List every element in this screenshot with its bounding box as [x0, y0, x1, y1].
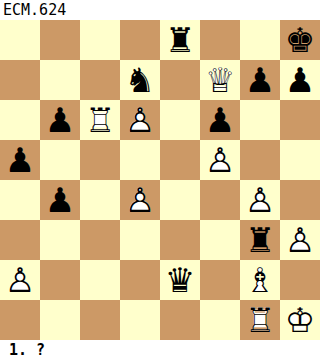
piece-black-king: ♚ [280, 20, 320, 60]
square-e7[interactable] [160, 60, 200, 100]
square-d3[interactable] [120, 220, 160, 260]
chess-board: ♜♚♞♛♕♟♟♟♜♖♟♙♟♟♟♙♟♟♙♟♙♜♟♙♟♙♛♝♗♜♖♚♔ [0, 20, 320, 340]
square-a3[interactable] [0, 220, 40, 260]
square-d1[interactable] [120, 300, 160, 340]
square-b4[interactable]: ♟ [40, 180, 80, 220]
square-c1[interactable] [80, 300, 120, 340]
piece-black-queen: ♛ [160, 260, 200, 300]
square-g1[interactable]: ♜♖ [240, 300, 280, 340]
square-a8[interactable] [0, 20, 40, 60]
piece-white-rook: ♖ [240, 300, 280, 340]
piece-white-pawn: ♙ [0, 260, 40, 300]
piece-black-pawn: ♟ [240, 60, 280, 100]
square-b3[interactable] [40, 220, 80, 260]
square-b6[interactable]: ♟ [40, 100, 80, 140]
square-b7[interactable] [40, 60, 80, 100]
square-b8[interactable] [40, 20, 80, 60]
piece-white-pawn: ♙ [240, 180, 280, 220]
square-g2[interactable]: ♝♗ [240, 260, 280, 300]
square-a4[interactable] [0, 180, 40, 220]
piece-black-pawn: ♟ [200, 100, 240, 140]
square-h6[interactable] [280, 100, 320, 140]
square-c2[interactable] [80, 260, 120, 300]
piece-white-pawn: ♙ [280, 220, 320, 260]
square-e2[interactable]: ♛ [160, 260, 200, 300]
square-d8[interactable] [120, 20, 160, 60]
square-h8[interactable]: ♚ [280, 20, 320, 60]
square-h1[interactable]: ♚♔ [280, 300, 320, 340]
square-a1[interactable] [0, 300, 40, 340]
piece-black-pawn: ♟ [40, 100, 80, 140]
piece-white-king: ♔ [280, 300, 320, 340]
square-g5[interactable] [240, 140, 280, 180]
square-d6[interactable]: ♟♙ [120, 100, 160, 140]
square-g7[interactable]: ♟ [240, 60, 280, 100]
piece-black-pawn: ♟ [40, 180, 80, 220]
square-d2[interactable] [120, 260, 160, 300]
square-b1[interactable] [40, 300, 80, 340]
chess-diagram-window: ECM.624 ♜♚♞♛♕♟♟♟♜♖♟♙♟♟♟♙♟♟♙♟♙♜♟♙♟♙♛♝♗♜♖♚… [0, 0, 320, 360]
square-g4[interactable]: ♟♙ [240, 180, 280, 220]
square-e4[interactable] [160, 180, 200, 220]
square-f6[interactable]: ♟ [200, 100, 240, 140]
square-e8[interactable]: ♜ [160, 20, 200, 60]
square-e6[interactable] [160, 100, 200, 140]
square-f3[interactable] [200, 220, 240, 260]
square-f7[interactable]: ♛♕ [200, 60, 240, 100]
piece-black-pawn: ♟ [280, 60, 320, 100]
piece-white-pawn: ♙ [120, 180, 160, 220]
square-a5[interactable]: ♟ [0, 140, 40, 180]
square-c3[interactable] [80, 220, 120, 260]
square-a7[interactable] [0, 60, 40, 100]
square-c4[interactable] [80, 180, 120, 220]
diagram-title: ECM.624 [0, 0, 320, 20]
piece-black-rook: ♜ [240, 220, 280, 260]
piece-white-bishop: ♗ [240, 260, 280, 300]
square-g8[interactable] [240, 20, 280, 60]
square-f8[interactable] [200, 20, 240, 60]
square-c8[interactable] [80, 20, 120, 60]
square-h4[interactable] [280, 180, 320, 220]
square-h3[interactable]: ♟♙ [280, 220, 320, 260]
square-e5[interactable] [160, 140, 200, 180]
square-c7[interactable] [80, 60, 120, 100]
square-d5[interactable] [120, 140, 160, 180]
square-d4[interactable]: ♟♙ [120, 180, 160, 220]
square-h2[interactable] [280, 260, 320, 300]
square-g3[interactable]: ♜ [240, 220, 280, 260]
square-b2[interactable] [40, 260, 80, 300]
piece-white-pawn: ♙ [200, 140, 240, 180]
square-h5[interactable] [280, 140, 320, 180]
piece-black-pawn: ♟ [0, 140, 40, 180]
square-b5[interactable] [40, 140, 80, 180]
square-f2[interactable] [200, 260, 240, 300]
piece-white-queen: ♕ [200, 60, 240, 100]
square-g6[interactable] [240, 100, 280, 140]
piece-white-pawn: ♙ [120, 100, 160, 140]
piece-black-rook: ♜ [160, 20, 200, 60]
square-a6[interactable] [0, 100, 40, 140]
square-h7[interactable]: ♟ [280, 60, 320, 100]
piece-black-knight: ♞ [120, 60, 160, 100]
square-f4[interactable] [200, 180, 240, 220]
square-e3[interactable] [160, 220, 200, 260]
square-d7[interactable]: ♞ [120, 60, 160, 100]
square-f1[interactable] [200, 300, 240, 340]
square-e1[interactable] [160, 300, 200, 340]
piece-white-rook: ♖ [80, 100, 120, 140]
square-a2[interactable]: ♟♙ [0, 260, 40, 300]
move-prompt: 1. ? [0, 340, 320, 360]
square-c5[interactable] [80, 140, 120, 180]
square-c6[interactable]: ♜♖ [80, 100, 120, 140]
square-f5[interactable]: ♟♙ [200, 140, 240, 180]
